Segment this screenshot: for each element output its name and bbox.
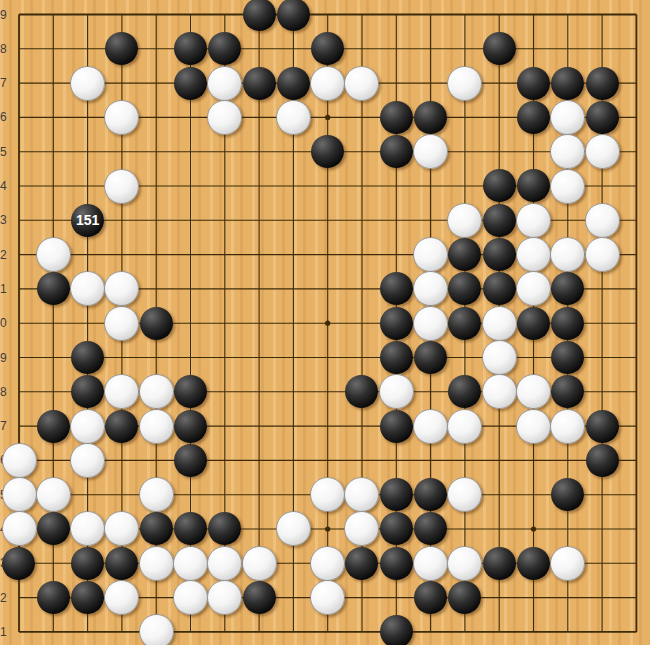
black-stone[interactable] — [380, 478, 413, 511]
black-stone[interactable] — [345, 375, 378, 408]
white-stone[interactable] — [276, 511, 311, 546]
black-stone[interactable] — [448, 238, 481, 271]
white-stone[interactable] — [585, 134, 620, 169]
white-stone[interactable] — [104, 306, 139, 341]
white-stone[interactable] — [447, 409, 482, 444]
black-stone[interactable] — [414, 341, 447, 374]
black-stone[interactable] — [586, 410, 619, 443]
black-stone[interactable] — [414, 101, 447, 134]
white-stone[interactable] — [447, 546, 482, 581]
white-stone[interactable] — [344, 477, 379, 512]
white-stone[interactable] — [585, 237, 620, 272]
white-stone[interactable] — [36, 237, 71, 272]
white-stone[interactable] — [2, 511, 37, 546]
go-board[interactable]: 9876543210987654321 151 — [0, 0, 650, 645]
black-stone[interactable] — [483, 272, 516, 305]
white-stone[interactable] — [585, 203, 620, 238]
white-stone[interactable] — [413, 237, 448, 272]
white-stone[interactable] — [70, 271, 105, 306]
black-stone[interactable] — [243, 0, 276, 31]
black-stone[interactable] — [345, 547, 378, 580]
white-stone[interactable] — [344, 511, 379, 546]
black-stone[interactable] — [414, 512, 447, 545]
black-stone[interactable] — [243, 581, 276, 614]
white-stone[interactable] — [70, 511, 105, 546]
white-stone[interactable] — [104, 169, 139, 204]
white-stone[interactable] — [139, 614, 174, 645]
black-stone[interactable] — [174, 410, 207, 443]
black-stone[interactable] — [311, 32, 344, 65]
white-stone[interactable] — [139, 477, 174, 512]
white-stone[interactable] — [413, 409, 448, 444]
black-stone[interactable] — [483, 204, 516, 237]
white-stone[interactable] — [207, 100, 242, 135]
black-stone[interactable] — [517, 307, 550, 340]
white-stone[interactable] — [104, 374, 139, 409]
white-stone[interactable] — [173, 580, 208, 615]
black-stone[interactable] — [277, 0, 310, 31]
white-stone[interactable] — [379, 374, 414, 409]
black-stone[interactable] — [380, 272, 413, 305]
white-stone[interactable] — [516, 271, 551, 306]
black-stone[interactable] — [448, 375, 481, 408]
white-stone[interactable] — [447, 66, 482, 101]
white-stone[interactable] — [104, 580, 139, 615]
white-stone[interactable] — [70, 409, 105, 444]
black-stone[interactable] — [71, 547, 104, 580]
black-stone[interactable] — [71, 581, 104, 614]
white-stone[interactable] — [310, 580, 345, 615]
white-stone[interactable] — [516, 374, 551, 409]
white-stone[interactable] — [550, 546, 585, 581]
white-stone[interactable] — [276, 100, 311, 135]
white-stone[interactable] — [413, 134, 448, 169]
white-stone[interactable] — [104, 100, 139, 135]
black-stone[interactable] — [174, 375, 207, 408]
white-stone[interactable] — [516, 409, 551, 444]
black-stone[interactable] — [414, 478, 447, 511]
black-stone[interactable] — [483, 32, 516, 65]
black-stone[interactable] — [174, 67, 207, 100]
white-stone[interactable] — [482, 374, 517, 409]
white-stone[interactable] — [207, 580, 242, 615]
black-stone[interactable] — [380, 135, 413, 168]
white-stone[interactable] — [482, 340, 517, 375]
black-stone[interactable] — [243, 67, 276, 100]
white-stone[interactable] — [70, 66, 105, 101]
white-stone[interactable] — [242, 546, 277, 581]
white-stone[interactable] — [207, 546, 242, 581]
white-stone[interactable] — [550, 100, 585, 135]
last-move-number: 151 — [76, 212, 99, 228]
black-stone[interactable] — [380, 341, 413, 374]
black-stone[interactable] — [551, 341, 584, 374]
white-stone[interactable] — [173, 546, 208, 581]
black-stone[interactable] — [105, 32, 138, 65]
white-stone[interactable] — [413, 306, 448, 341]
black-stone[interactable] — [517, 101, 550, 134]
black-stone[interactable] — [586, 444, 619, 477]
white-stone[interactable] — [310, 546, 345, 581]
white-stone[interactable] — [550, 237, 585, 272]
black-stone[interactable] — [208, 32, 241, 65]
black-stone[interactable] — [586, 67, 619, 100]
black-stone[interactable] — [448, 581, 481, 614]
black-stone[interactable] — [277, 67, 310, 100]
white-stone[interactable] — [550, 409, 585, 444]
white-stone[interactable] — [550, 134, 585, 169]
white-stone[interactable] — [447, 477, 482, 512]
black-stone[interactable] — [174, 32, 207, 65]
black-stone[interactable] — [37, 410, 70, 443]
black-stone[interactable] — [174, 444, 207, 477]
black-stone[interactable] — [37, 512, 70, 545]
white-stone[interactable] — [413, 546, 448, 581]
black-stone[interactable] — [105, 410, 138, 443]
black-stone[interactable] — [37, 272, 70, 305]
black-stone[interactable] — [380, 307, 413, 340]
white-stone[interactable] — [70, 443, 105, 478]
black-stone[interactable] — [140, 307, 173, 340]
white-stone[interactable] — [104, 511, 139, 546]
black-stone[interactable] — [586, 101, 619, 134]
black-stone[interactable] — [380, 512, 413, 545]
black-stone[interactable] — [71, 375, 104, 408]
black-stone[interactable] — [2, 547, 35, 580]
black-stone[interactable] — [517, 67, 550, 100]
black-stone[interactable] — [37, 581, 70, 614]
black-stone[interactable]: 151 — [71, 204, 104, 237]
white-stone[interactable] — [447, 203, 482, 238]
white-stone[interactable] — [516, 203, 551, 238]
white-stone[interactable] — [207, 66, 242, 101]
white-stone[interactable] — [36, 477, 71, 512]
white-stone[interactable] — [2, 477, 37, 512]
black-stone[interactable] — [551, 375, 584, 408]
black-stone[interactable] — [105, 547, 138, 580]
black-stone[interactable] — [380, 615, 413, 645]
black-stone[interactable] — [311, 135, 344, 168]
black-stone[interactable] — [551, 478, 584, 511]
black-stone[interactable] — [448, 272, 481, 305]
white-stone[interactable] — [139, 546, 174, 581]
white-stone[interactable] — [310, 477, 345, 512]
white-stone[interactable] — [2, 443, 37, 478]
black-stone[interactable] — [551, 67, 584, 100]
white-stone[interactable] — [104, 271, 139, 306]
black-stone[interactable] — [483, 169, 516, 202]
white-stone[interactable] — [413, 271, 448, 306]
black-stone[interactable] — [517, 547, 550, 580]
black-stone[interactable] — [140, 512, 173, 545]
black-stone[interactable] — [174, 512, 207, 545]
stone-grid: 151 — [2, 0, 650, 645]
black-stone[interactable] — [551, 307, 584, 340]
white-stone[interactable] — [344, 66, 379, 101]
black-stone[interactable] — [517, 169, 550, 202]
black-stone[interactable] — [380, 410, 413, 443]
black-stone[interactable] — [380, 101, 413, 134]
black-stone[interactable] — [414, 581, 447, 614]
black-stone[interactable] — [208, 512, 241, 545]
white-stone[interactable] — [310, 66, 345, 101]
black-stone[interactable] — [448, 307, 481, 340]
white-stone[interactable] — [550, 169, 585, 204]
white-stone[interactable] — [482, 306, 517, 341]
black-stone[interactable] — [380, 547, 413, 580]
black-stone[interactable] — [483, 238, 516, 271]
white-stone[interactable] — [139, 409, 174, 444]
black-stone[interactable] — [483, 547, 516, 580]
black-stone[interactable] — [71, 341, 104, 374]
black-stone[interactable] — [551, 272, 584, 305]
white-stone[interactable] — [139, 374, 174, 409]
white-stone[interactable] — [516, 237, 551, 272]
